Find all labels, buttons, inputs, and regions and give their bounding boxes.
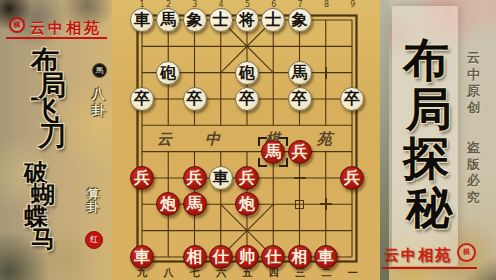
brand-seal-icon: 棋 [9,17,25,33]
bagua-note: 八卦 [92,85,105,119]
note-char: 创 [467,100,480,117]
piece-black-士[interactable]: 士 [209,8,233,32]
bagua-char: 卦 [92,102,105,119]
main-title-vertical: 布局探秘 [397,36,455,232]
move-origin-marker [295,200,304,209]
piece-red-兵[interactable]: 兵 [288,140,312,164]
piece-glyph: 兵 [187,170,203,186]
piece-red-車[interactable]: 車 [314,245,338,269]
file-label: 8 [313,0,339,9]
piece-red-馬[interactable]: 馬 [183,192,207,216]
piece-glyph: 卒 [187,91,203,107]
last-move-bracket [279,158,288,167]
episode-title-vertical: 破蝴蝶马 [24,162,48,250]
piece-glyph: 将 [239,12,255,28]
piece-black-象[interactable]: 象 [183,8,207,32]
series-title-char: 局 [38,73,66,98]
piece-red-兵[interactable]: 兵 [183,166,207,190]
piece-glyph: 車 [134,249,150,265]
piece-red-相[interactable]: 相 [288,245,312,269]
main-title-char: 探 [403,134,449,183]
piece-black-将[interactable]: 将 [235,8,259,32]
brand-seal-footer-icon: 棋 [457,243,476,262]
main-title-char: 秘 [406,183,452,232]
piece-glyph: 兵 [292,144,308,160]
piece-glyph: 士 [213,12,229,28]
piece-glyph: 仕 [265,249,281,265]
main-title-char: 局 [406,85,452,134]
piece-glyph: 砲 [239,65,255,81]
piece-glyph: 兵 [239,170,255,186]
piece-glyph: 車 [318,249,334,265]
piece-glyph: 士 [265,12,281,28]
piece-black-卒[interactable]: 卒 [235,87,259,111]
piece-glyph: 象 [292,12,308,28]
piece-black-馬[interactable]: 馬 [288,61,312,85]
last-move-bracket [279,137,288,146]
board-grid-lines [112,0,380,280]
piece-red-兵[interactable]: 兵 [130,166,154,190]
river-char: 中 [205,130,220,149]
piece-glyph: 馬 [187,196,203,212]
piece-red-兵[interactable]: 兵 [235,166,259,190]
note-char: 必 [467,173,480,190]
brand-name: 云中相苑 [30,19,102,38]
piece-glyph: 兵 [344,170,360,186]
river-char: 云 [157,130,172,149]
note-char: 究 [467,190,480,207]
piece-glyph: 炮 [239,196,255,212]
piece-red-仕[interactable]: 仕 [209,245,233,269]
piece-glyph: 砲 [160,65,176,81]
note-char: 云 [467,50,480,67]
piece-glyph: 車 [134,12,150,28]
piece-glyph: 象 [187,12,203,28]
piece-red-兵[interactable]: 兵 [340,166,364,190]
episode-title-char: 蝴 [31,184,55,206]
piece-black-卒[interactable]: 卒 [130,87,154,111]
piece-glyph: 仕 [213,249,229,265]
point-marker-cross [294,172,306,184]
piece-black-砲[interactable]: 砲 [156,61,180,85]
piece-black-車[interactable]: 車 [130,8,154,32]
file-label: 八 [155,266,181,280]
xiangqi-board[interactable]: 123456789 九八七六五四三二一 云中棋苑 車馬象士将士象砲砲馬卒卒卒卒卒… [112,0,380,280]
piece-glyph: 卒 [134,91,150,107]
original-note: 云中原创 [467,50,480,116]
piece-glyph: 馬 [292,65,308,81]
piece-red-帅[interactable]: 帅 [235,245,259,269]
copyright-note: 盗版必究 [467,140,480,206]
main-title-char: 布 [403,36,449,85]
bagua-char: 八 [92,85,105,102]
left-panel: 棋 云中相苑 布局飞刀 馬 八卦 破蝴蝶马 算卦 红 [0,0,112,280]
horse-seal-icon: 馬 [92,63,107,78]
piece-black-卒[interactable]: 卒 [288,87,312,111]
suangua-note: 算卦 [87,188,99,214]
last-move-bracket [258,137,267,146]
red-seal-icon: 红 [85,231,103,249]
piece-black-象[interactable]: 象 [288,8,312,32]
piece-glyph: 炮 [160,196,176,212]
piece-red-車[interactable]: 車 [130,245,154,269]
piece-glyph: 馬 [160,12,176,28]
file-label: 一 [340,266,366,280]
piece-glyph: 卒 [292,91,308,107]
piece-glyph: 車 [213,170,229,186]
series-title-vertical: 布局飞刀 [31,48,59,148]
piece-glyph: 帅 [239,249,255,265]
piece-glyph: 卒 [239,91,255,107]
brand-underline [6,37,107,39]
piece-black-砲[interactable]: 砲 [235,61,259,85]
brand-name-footer: 云中相苑 [384,246,452,265]
stone-edge-strip [380,0,389,280]
point-marker-cross [320,67,332,79]
piece-glyph: 相 [292,249,308,265]
note-char: 版 [467,157,480,174]
footer-underline [382,267,477,269]
piece-glyph: 卒 [344,91,360,107]
right-panel: 布局探秘 云中原创 盗版必究 云中相苑 棋 [380,0,496,280]
note-char: 中 [467,67,480,84]
note-char: 原 [467,83,480,100]
piece-red-相[interactable]: 相 [183,245,207,269]
river-char: 苑 [317,130,332,149]
suangua-char: 卦 [87,201,99,214]
note-char: 盗 [467,140,480,157]
last-move-bracket [258,158,267,167]
episode-title-char: 马 [31,228,55,250]
piece-black-車[interactable]: 車 [209,166,233,190]
point-marker-cross [320,198,332,210]
file-label: 9 [340,0,366,9]
piece-black-卒[interactable]: 卒 [183,87,207,111]
piece-glyph: 兵 [134,170,150,186]
piece-black-卒[interactable]: 卒 [340,87,364,111]
piece-red-馬[interactable]: 馬 [261,140,285,164]
series-title-char: 刀 [38,123,66,148]
piece-glyph: 相 [187,249,203,265]
video-thumbnail: 棋 云中相苑 布局飞刀 馬 八卦 破蝴蝶马 算卦 红 123456789 九八七… [0,0,496,280]
